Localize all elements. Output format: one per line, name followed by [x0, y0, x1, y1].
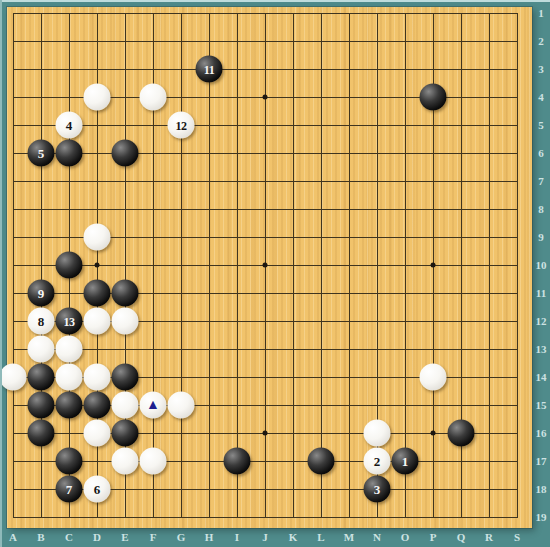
row-label-6: 6	[538, 147, 544, 159]
column-label-J: J	[262, 531, 268, 543]
row-label-19: 19	[536, 511, 547, 523]
row-label-10: 10	[536, 259, 547, 271]
move-number-label: 9	[38, 287, 45, 300]
star-point-P16	[431, 431, 436, 436]
row-label-2: 2	[538, 35, 544, 47]
column-label-S: S	[514, 531, 520, 543]
row-label-7: 7	[538, 175, 544, 187]
row-label-16: 16	[536, 427, 547, 439]
row-label-11: 11	[536, 287, 546, 299]
stone-white-D18[interactable]: 6	[84, 476, 111, 503]
move-number-label: 12	[176, 119, 187, 131]
star-point-J10	[263, 263, 268, 268]
grid-line-vertical	[321, 13, 322, 518]
stone-black-D15[interactable]	[84, 392, 111, 419]
move-number-label: 3	[374, 483, 381, 496]
star-point-J4	[263, 95, 268, 100]
column-label-R: R	[485, 531, 493, 543]
stone-white-P14[interactable]	[420, 364, 447, 391]
stone-black-C15[interactable]	[56, 392, 83, 419]
row-label-15: 15	[536, 399, 547, 411]
stone-black-B16[interactable]	[28, 420, 55, 447]
stone-black-C6[interactable]	[56, 140, 83, 167]
stone-black-B11[interactable]: 9	[28, 280, 55, 307]
stone-white-N16[interactable]	[364, 420, 391, 447]
stone-white-E17[interactable]	[112, 448, 139, 475]
stone-white-D16[interactable]	[84, 420, 111, 447]
stone-white-G5[interactable]: 12	[168, 112, 195, 139]
stone-black-B15[interactable]	[28, 392, 55, 419]
move-number-label: 4	[66, 119, 73, 132]
grid-line-vertical	[293, 13, 294, 518]
grid-line-vertical	[489, 13, 490, 518]
triangle-marker-icon: ▲	[146, 397, 160, 411]
stone-white-F17[interactable]	[140, 448, 167, 475]
stone-white-N17[interactable]: 2	[364, 448, 391, 475]
move-number-label: 5	[38, 147, 45, 160]
row-label-13: 13	[536, 343, 547, 355]
stone-white-D12[interactable]	[84, 308, 111, 335]
stone-white-C13[interactable]	[56, 336, 83, 363]
stone-black-E6[interactable]	[112, 140, 139, 167]
column-label-A: A	[9, 531, 17, 543]
row-label-12: 12	[536, 315, 547, 327]
row-label-9: 9	[538, 231, 544, 243]
stone-white-B12[interactable]: 8	[28, 308, 55, 335]
stone-black-H3[interactable]: 11	[196, 56, 223, 83]
column-label-K: K	[289, 531, 298, 543]
stone-black-I17[interactable]	[224, 448, 251, 475]
row-label-3: 3	[538, 63, 544, 75]
move-number-label: 1	[402, 455, 409, 468]
stone-black-P4[interactable]	[420, 84, 447, 111]
row-label-8: 8	[538, 203, 544, 215]
column-label-B: B	[37, 531, 44, 543]
stone-white-D9[interactable]	[84, 224, 111, 251]
stone-white-C5[interactable]: 4	[56, 112, 83, 139]
grid-line-vertical	[349, 13, 350, 518]
stone-black-O17[interactable]: 1	[392, 448, 419, 475]
column-label-M: M	[344, 531, 354, 543]
row-label-1: 1	[538, 7, 544, 19]
stone-white-E15[interactable]	[112, 392, 139, 419]
stone-white-F15[interactable]: ▲	[140, 392, 167, 419]
column-label-Q: Q	[457, 531, 466, 543]
move-number-label: 11	[204, 63, 214, 75]
stone-white-E12[interactable]	[112, 308, 139, 335]
grid-line-horizontal	[13, 517, 518, 518]
move-number-label: 2	[374, 455, 381, 468]
move-number-label: 7	[66, 483, 73, 496]
stone-black-C18[interactable]: 7	[56, 476, 83, 503]
column-label-D: D	[93, 531, 101, 543]
stone-white-C14[interactable]	[56, 364, 83, 391]
column-label-G: G	[177, 531, 186, 543]
column-label-E: E	[121, 531, 128, 543]
row-label-18: 18	[536, 483, 547, 495]
stone-white-G15[interactable]	[168, 392, 195, 419]
stone-black-N18[interactable]: 3	[364, 476, 391, 503]
stone-white-D14[interactable]	[84, 364, 111, 391]
move-number-label: 13	[64, 315, 75, 327]
grid-line-vertical	[517, 13, 518, 518]
column-label-L: L	[317, 531, 324, 543]
stone-black-C17[interactable]	[56, 448, 83, 475]
move-number-label: 6	[94, 483, 101, 496]
column-label-F: F	[150, 531, 157, 543]
grid-line-vertical	[405, 13, 406, 518]
stone-black-E14[interactable]	[112, 364, 139, 391]
stone-white-A14[interactable]	[0, 364, 27, 391]
stone-black-E11[interactable]	[112, 280, 139, 307]
go-board[interactable]	[7, 7, 532, 528]
stone-black-B14[interactable]	[28, 364, 55, 391]
row-label-4: 4	[538, 91, 544, 103]
stone-black-C10[interactable]	[56, 252, 83, 279]
grid-line-horizontal	[13, 461, 518, 462]
star-point-J16	[263, 431, 268, 436]
row-label-17: 17	[536, 455, 547, 467]
star-point-D10	[95, 263, 100, 268]
stone-white-B13[interactable]	[28, 336, 55, 363]
row-label-14: 14	[536, 371, 547, 383]
column-label-P: P	[430, 531, 437, 543]
row-label-5: 5	[538, 119, 544, 131]
column-label-N: N	[373, 531, 381, 543]
go-board-frame: 1141259813▲21763 ABCDEFGHIJKLMNOPQRS 123…	[0, 0, 550, 547]
column-label-O: O	[401, 531, 410, 543]
stone-black-L17[interactable]	[308, 448, 335, 475]
stone-black-Q16[interactable]	[448, 420, 475, 447]
column-label-I: I	[235, 531, 239, 543]
column-label-H: H	[205, 531, 214, 543]
stone-black-C12[interactable]: 13	[56, 308, 83, 335]
grid-line-horizontal	[13, 349, 518, 350]
stone-black-B6[interactable]: 5	[28, 140, 55, 167]
stone-white-D4[interactable]	[84, 84, 111, 111]
column-label-C: C	[65, 531, 73, 543]
move-number-label: 8	[38, 315, 45, 328]
stone-white-F4[interactable]	[140, 84, 167, 111]
stone-black-D11[interactable]	[84, 280, 111, 307]
stone-black-E16[interactable]	[112, 420, 139, 447]
star-point-P10	[431, 263, 436, 268]
